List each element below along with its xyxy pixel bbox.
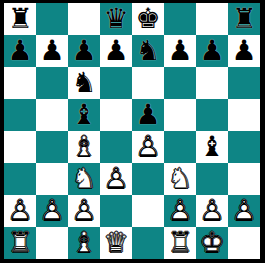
square-e1[interactable] <box>132 227 164 259</box>
square-h3[interactable] <box>228 163 260 195</box>
black-pawn[interactable]: ♟ <box>135 101 160 129</box>
square-g8[interactable] <box>196 3 228 35</box>
white-pawn[interactable] <box>36 195 68 227</box>
white-rook[interactable] <box>4 227 36 259</box>
black-pawn[interactable]: ♟ <box>71 37 96 65</box>
square-f5[interactable] <box>164 99 196 131</box>
black-pawn[interactable]: ♟ <box>39 37 64 65</box>
white-queen[interactable] <box>100 227 132 259</box>
white-pawn[interactable] <box>132 131 164 163</box>
square-g2[interactable] <box>196 195 228 227</box>
square-e7[interactable]: ♞ <box>132 35 164 67</box>
square-e6[interactable] <box>132 67 164 99</box>
black-bishop[interactable]: ♝ <box>199 133 224 161</box>
square-a5[interactable] <box>4 99 36 131</box>
square-g3[interactable] <box>196 163 228 195</box>
square-h8[interactable]: ♜ <box>228 3 260 35</box>
square-f1[interactable] <box>164 227 196 259</box>
square-e2[interactable] <box>132 195 164 227</box>
white-knight[interactable] <box>164 163 196 195</box>
square-c5[interactable]: ♝ <box>68 99 100 131</box>
square-b6[interactable] <box>36 67 68 99</box>
square-a2[interactable] <box>4 195 36 227</box>
black-knight[interactable]: ♞ <box>71 69 96 97</box>
square-d8[interactable]: ♛ <box>100 3 132 35</box>
square-b2[interactable] <box>36 195 68 227</box>
white-bishop[interactable] <box>68 131 100 163</box>
square-e4[interactable] <box>132 131 164 163</box>
white-pawn[interactable] <box>100 163 132 195</box>
square-g1[interactable] <box>196 227 228 259</box>
square-b7[interactable]: ♟ <box>36 35 68 67</box>
square-a8[interactable]: ♜ <box>4 3 36 35</box>
square-d3[interactable] <box>100 163 132 195</box>
square-b3[interactable] <box>36 163 68 195</box>
square-e3[interactable] <box>132 163 164 195</box>
square-e5[interactable]: ♟ <box>132 99 164 131</box>
white-pawn[interactable] <box>164 195 196 227</box>
square-f3[interactable] <box>164 163 196 195</box>
black-pawn[interactable]: ♟ <box>103 37 128 65</box>
square-h5[interactable] <box>228 99 260 131</box>
square-c1[interactable] <box>68 227 100 259</box>
square-d2[interactable] <box>100 195 132 227</box>
black-knight[interactable]: ♞ <box>135 37 160 65</box>
square-h1[interactable] <box>228 227 260 259</box>
square-h7[interactable]: ♟ <box>228 35 260 67</box>
square-b1[interactable] <box>36 227 68 259</box>
black-pawn[interactable]: ♟ <box>7 37 32 65</box>
square-c7[interactable]: ♟ <box>68 35 100 67</box>
black-rook[interactable]: ♜ <box>7 5 32 33</box>
white-pawn[interactable] <box>4 195 36 227</box>
square-h2[interactable] <box>228 195 260 227</box>
square-a7[interactable]: ♟ <box>4 35 36 67</box>
square-b8[interactable] <box>36 3 68 35</box>
square-c6[interactable]: ♞ <box>68 67 100 99</box>
square-a4[interactable] <box>4 131 36 163</box>
square-g5[interactable] <box>196 99 228 131</box>
black-pawn[interactable]: ♟ <box>167 37 192 65</box>
square-c3[interactable] <box>68 163 100 195</box>
square-a6[interactable] <box>4 67 36 99</box>
square-d4[interactable] <box>100 131 132 163</box>
square-c4[interactable] <box>68 131 100 163</box>
black-queen[interactable]: ♛ <box>103 5 128 33</box>
white-rook[interactable] <box>164 227 196 259</box>
square-a3[interactable] <box>4 163 36 195</box>
white-bishop[interactable] <box>68 227 100 259</box>
square-a1[interactable] <box>4 227 36 259</box>
black-rook[interactable]: ♜ <box>231 5 256 33</box>
square-d5[interactable] <box>100 99 132 131</box>
square-h6[interactable] <box>228 67 260 99</box>
square-f8[interactable] <box>164 3 196 35</box>
chess-board-frame: ♜♛♚♜♟♟♟♟♞♟♟♟♞♝♟♝ <box>0 0 265 263</box>
white-pawn[interactable] <box>196 195 228 227</box>
square-f7[interactable]: ♟ <box>164 35 196 67</box>
square-f6[interactable] <box>164 67 196 99</box>
square-f2[interactable] <box>164 195 196 227</box>
square-d1[interactable] <box>100 227 132 259</box>
square-h4[interactable] <box>228 131 260 163</box>
white-king[interactable] <box>196 227 228 259</box>
square-c8[interactable] <box>68 3 100 35</box>
white-knight[interactable] <box>68 163 100 195</box>
square-g6[interactable] <box>196 67 228 99</box>
white-pawn[interactable] <box>68 195 100 227</box>
square-d7[interactable]: ♟ <box>100 35 132 67</box>
square-g7[interactable]: ♟ <box>196 35 228 67</box>
square-e8[interactable]: ♚ <box>132 3 164 35</box>
square-c2[interactable] <box>68 195 100 227</box>
black-pawn[interactable]: ♟ <box>231 37 256 65</box>
square-b4[interactable] <box>36 131 68 163</box>
black-king[interactable]: ♚ <box>135 5 160 33</box>
square-f4[interactable] <box>164 131 196 163</box>
square-b5[interactable] <box>36 99 68 131</box>
square-d6[interactable] <box>100 67 132 99</box>
square-g4[interactable]: ♝ <box>196 131 228 163</box>
white-pawn[interactable] <box>228 195 260 227</box>
black-bishop[interactable]: ♝ <box>71 101 96 129</box>
chess-board: ♜♛♚♜♟♟♟♟♞♟♟♟♞♝♟♝ <box>4 3 260 259</box>
black-pawn[interactable]: ♟ <box>199 37 224 65</box>
